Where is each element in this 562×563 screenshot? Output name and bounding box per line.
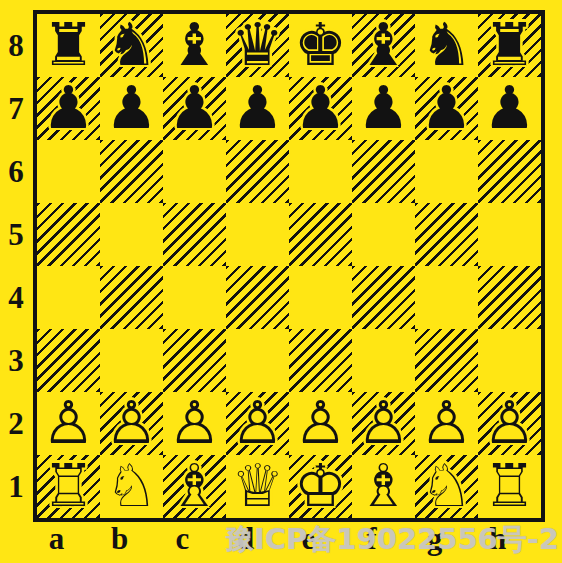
square-h6[interactable] bbox=[478, 140, 541, 203]
piece-black-q-d8[interactable]: ♛ bbox=[226, 14, 289, 77]
square-d3[interactable] bbox=[226, 329, 289, 392]
rank-label-3: 3 bbox=[2, 329, 30, 392]
piece-black-b-c8[interactable]: ♝ bbox=[163, 14, 226, 77]
piece-white-n-b1[interactable]: ♞♘ bbox=[100, 455, 163, 518]
piece-glyph: ♟ bbox=[294, 77, 347, 136]
rank-label-1: 1 bbox=[2, 455, 30, 518]
square-b8[interactable]: ♞ bbox=[100, 14, 163, 77]
piece-white-p-a2[interactable]: ♟♙ bbox=[37, 392, 100, 455]
piece-glyph: ♜ bbox=[483, 14, 536, 73]
square-c3[interactable] bbox=[163, 329, 226, 392]
rank-label-8: 8 bbox=[2, 14, 30, 77]
piece-glyph: ♝ bbox=[168, 14, 221, 73]
piece-black-p-d7[interactable]: ♟ bbox=[226, 77, 289, 140]
square-h3[interactable] bbox=[478, 329, 541, 392]
square-b1[interactable]: ♞♘ bbox=[100, 455, 163, 518]
square-b3[interactable] bbox=[100, 329, 163, 392]
square-g2[interactable]: ♟♙ bbox=[415, 392, 478, 455]
square-a8[interactable]: ♜ bbox=[37, 14, 100, 77]
piece-glyph: ♕ bbox=[231, 455, 284, 514]
piece-black-p-a7[interactable]: ♟ bbox=[37, 77, 100, 140]
piece-white-r-h1[interactable]: ♜♖ bbox=[478, 455, 541, 518]
piece-glyph: ♘ bbox=[420, 455, 473, 514]
piece-black-r-h8[interactable]: ♜ bbox=[478, 14, 541, 77]
square-f3[interactable] bbox=[352, 329, 415, 392]
square-f5[interactable] bbox=[352, 203, 415, 266]
square-e5[interactable] bbox=[289, 203, 352, 266]
square-d6[interactable] bbox=[226, 140, 289, 203]
piece-glyph: ♔ bbox=[294, 455, 347, 514]
square-c2[interactable]: ♟♙ bbox=[163, 392, 226, 455]
piece-glyph: ♙ bbox=[105, 392, 158, 451]
piece-white-p-g2[interactable]: ♟♙ bbox=[415, 392, 478, 455]
square-b2[interactable]: ♟♙ bbox=[100, 392, 163, 455]
square-b5[interactable] bbox=[100, 203, 163, 266]
piece-glyph: ♟ bbox=[420, 77, 473, 136]
piece-glyph: ♚ bbox=[294, 14, 347, 73]
piece-glyph: ♙ bbox=[483, 392, 536, 451]
piece-white-p-c2[interactable]: ♟♙ bbox=[163, 392, 226, 455]
piece-glyph: ♟ bbox=[231, 77, 284, 136]
square-d4[interactable] bbox=[226, 266, 289, 329]
square-h1[interactable]: ♜♖ bbox=[478, 455, 541, 518]
piece-black-r-a8[interactable]: ♜ bbox=[37, 14, 100, 77]
rank-label-7: 7 bbox=[2, 77, 30, 140]
square-h8[interactable]: ♜ bbox=[478, 14, 541, 77]
square-b4[interactable] bbox=[100, 266, 163, 329]
piece-glyph: ♗ bbox=[357, 455, 410, 514]
piece-white-p-b2[interactable]: ♟♙ bbox=[100, 392, 163, 455]
rank-label-5: 5 bbox=[2, 203, 30, 266]
square-d7[interactable]: ♟ bbox=[226, 77, 289, 140]
square-g3[interactable] bbox=[415, 329, 478, 392]
piece-glyph: ♙ bbox=[420, 392, 473, 451]
piece-black-p-b7[interactable]: ♟ bbox=[100, 77, 163, 140]
file-label-a: a bbox=[25, 521, 88, 557]
chess-diagram-page: ♜♞♝♛♚♝♞♜♟♟♟♟♟♟♟♟♟♙♟♙♟♙♟♙♟♙♟♙♟♙♟♙♜♖♞♘♝♗♛♕… bbox=[0, 0, 562, 563]
square-c8[interactable]: ♝ bbox=[163, 14, 226, 77]
square-a6[interactable] bbox=[37, 140, 100, 203]
square-f4[interactable] bbox=[352, 266, 415, 329]
piece-white-b-f1[interactable]: ♝♗ bbox=[352, 455, 415, 518]
square-g4[interactable] bbox=[415, 266, 478, 329]
piece-black-p-c7[interactable]: ♟ bbox=[163, 77, 226, 140]
square-e4[interactable] bbox=[289, 266, 352, 329]
square-f6[interactable] bbox=[352, 140, 415, 203]
square-a2[interactable]: ♟♙ bbox=[37, 392, 100, 455]
square-c7[interactable]: ♟ bbox=[163, 77, 226, 140]
piece-black-k-e8[interactable]: ♚ bbox=[289, 14, 352, 77]
square-e6[interactable] bbox=[289, 140, 352, 203]
piece-white-r-a1[interactable]: ♜♖ bbox=[37, 455, 100, 518]
piece-black-p-f7[interactable]: ♟ bbox=[352, 77, 415, 140]
square-c5[interactable] bbox=[163, 203, 226, 266]
square-f1[interactable]: ♝♗ bbox=[352, 455, 415, 518]
piece-glyph: ♘ bbox=[105, 455, 158, 514]
square-e2[interactable]: ♟♙ bbox=[289, 392, 352, 455]
piece-glyph: ♟ bbox=[483, 77, 536, 136]
square-f2[interactable]: ♟♙ bbox=[352, 392, 415, 455]
square-a1[interactable]: ♜♖ bbox=[37, 455, 100, 518]
square-h4[interactable] bbox=[478, 266, 541, 329]
square-c1[interactable]: ♝♗ bbox=[163, 455, 226, 518]
square-c4[interactable] bbox=[163, 266, 226, 329]
piece-black-n-b8[interactable]: ♞ bbox=[100, 14, 163, 77]
piece-black-p-h7[interactable]: ♟ bbox=[478, 77, 541, 140]
square-f8[interactable]: ♝ bbox=[352, 14, 415, 77]
square-f7[interactable]: ♟ bbox=[352, 77, 415, 140]
square-d5[interactable] bbox=[226, 203, 289, 266]
piece-glyph: ♛ bbox=[231, 14, 284, 73]
piece-white-p-f2[interactable]: ♟♙ bbox=[352, 392, 415, 455]
piece-black-n-g8[interactable]: ♞ bbox=[415, 14, 478, 77]
square-d8[interactable]: ♛ bbox=[226, 14, 289, 77]
piece-glyph: ♟ bbox=[168, 77, 221, 136]
square-e3[interactable] bbox=[289, 329, 352, 392]
square-d1[interactable]: ♛♕ bbox=[226, 455, 289, 518]
piece-glyph: ♟ bbox=[42, 77, 95, 136]
piece-glyph: ♙ bbox=[168, 392, 221, 451]
square-h7[interactable]: ♟ bbox=[478, 77, 541, 140]
square-b7[interactable]: ♟ bbox=[100, 77, 163, 140]
chess-board: ♜♞♝♛♚♝♞♜♟♟♟♟♟♟♟♟♟♙♟♙♟♙♟♙♟♙♟♙♟♙♟♙♜♖♞♘♝♗♛♕… bbox=[33, 10, 545, 522]
piece-white-q-d1[interactable]: ♛♕ bbox=[226, 455, 289, 518]
piece-black-p-g7[interactable]: ♟ bbox=[415, 77, 478, 140]
rank-label-2: 2 bbox=[2, 392, 30, 455]
piece-black-p-e7[interactable]: ♟ bbox=[289, 77, 352, 140]
square-a7[interactable]: ♟ bbox=[37, 77, 100, 140]
piece-glyph: ♝ bbox=[357, 14, 410, 73]
square-g8[interactable]: ♞ bbox=[415, 14, 478, 77]
piece-white-p-e2[interactable]: ♟♙ bbox=[289, 392, 352, 455]
piece-black-b-f8[interactable]: ♝ bbox=[352, 14, 415, 77]
piece-white-k-e1[interactable]: ♚♔ bbox=[289, 455, 352, 518]
piece-glyph: ♖ bbox=[42, 455, 95, 514]
piece-glyph: ♙ bbox=[42, 392, 95, 451]
square-b6[interactable] bbox=[100, 140, 163, 203]
square-e8[interactable]: ♚ bbox=[289, 14, 352, 77]
piece-glyph: ♞ bbox=[105, 14, 158, 73]
square-a3[interactable] bbox=[37, 329, 100, 392]
square-a5[interactable] bbox=[37, 203, 100, 266]
piece-glyph: ♟ bbox=[105, 77, 158, 136]
piece-glyph: ♟ bbox=[357, 77, 410, 136]
square-g5[interactable] bbox=[415, 203, 478, 266]
rank-label-4: 4 bbox=[2, 266, 30, 329]
piece-glyph: ♞ bbox=[420, 14, 473, 73]
square-h2[interactable]: ♟♙ bbox=[478, 392, 541, 455]
square-e7[interactable]: ♟ bbox=[289, 77, 352, 140]
rank-label-6: 6 bbox=[2, 140, 30, 203]
piece-white-p-d2[interactable]: ♟♙ bbox=[226, 392, 289, 455]
piece-white-n-g1[interactable]: ♞♘ bbox=[415, 455, 478, 518]
piece-glyph: ♜ bbox=[42, 14, 95, 73]
square-g7[interactable]: ♟ bbox=[415, 77, 478, 140]
icp-watermark: 豫ICP备19022556号-2 bbox=[225, 525, 559, 554]
piece-glyph: ♙ bbox=[231, 392, 284, 451]
file-label-b: b bbox=[88, 521, 151, 557]
piece-white-b-c1[interactable]: ♝♗ bbox=[163, 455, 226, 518]
piece-glyph: ♗ bbox=[168, 455, 221, 514]
square-a4[interactable] bbox=[37, 266, 100, 329]
square-h5[interactable] bbox=[478, 203, 541, 266]
square-d2[interactable]: ♟♙ bbox=[226, 392, 289, 455]
square-c6[interactable] bbox=[163, 140, 226, 203]
square-g6[interactable] bbox=[415, 140, 478, 203]
square-g1[interactable]: ♞♘ bbox=[415, 455, 478, 518]
piece-glyph: ♙ bbox=[294, 392, 347, 451]
square-e1[interactable]: ♚♔ bbox=[289, 455, 352, 518]
file-label-c: c bbox=[151, 521, 214, 557]
piece-glyph: ♙ bbox=[357, 392, 410, 451]
piece-white-p-h2[interactable]: ♟♙ bbox=[478, 392, 541, 455]
piece-glyph: ♖ bbox=[483, 455, 536, 514]
